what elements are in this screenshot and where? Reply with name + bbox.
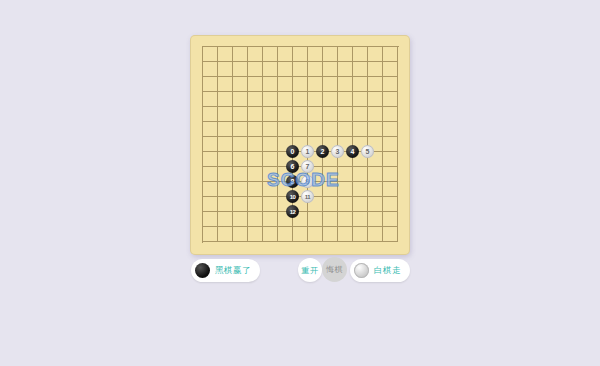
undo-button[interactable]: 悔棋 bbox=[322, 257, 347, 282]
white-status-label: 白棋走 bbox=[374, 265, 401, 277]
stone-black-0: 0 bbox=[286, 145, 299, 158]
stone-black-10: 10 bbox=[286, 190, 299, 203]
black-stone-icon bbox=[195, 263, 210, 278]
black-status-pill: 黑棋赢了 bbox=[191, 259, 260, 282]
stone-white-5: 5 bbox=[361, 145, 374, 158]
stone-black-4: 4 bbox=[346, 145, 359, 158]
stone-black-8: 8 bbox=[286, 175, 299, 188]
restart-button[interactable]: 重开 bbox=[298, 258, 322, 282]
stone-black-2: 2 bbox=[316, 145, 329, 158]
stones-layer: 0123456789101112 bbox=[203, 47, 398, 242]
stone-black-6: 6 bbox=[286, 160, 299, 173]
stone-white-11: 11 bbox=[301, 190, 314, 203]
stone-white-7: 7 bbox=[301, 160, 314, 173]
stone-white-3: 3 bbox=[331, 145, 344, 158]
stone-white-9: 9 bbox=[301, 175, 314, 188]
white-status-pill: 白棋走 bbox=[350, 259, 410, 282]
game-board: 0123456789101112 SCODE bbox=[190, 35, 410, 255]
gomoku-app: 0123456789101112 SCODE 黑棋赢了 重开 悔棋 白棋走 bbox=[0, 0, 600, 366]
stone-black-12: 12 bbox=[286, 205, 299, 218]
black-status-label: 黑棋赢了 bbox=[215, 265, 251, 277]
white-stone-icon bbox=[354, 263, 369, 278]
stone-white-1: 1 bbox=[301, 145, 314, 158]
